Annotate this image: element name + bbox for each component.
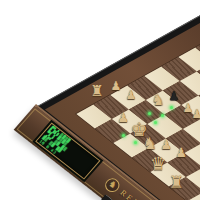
chess-piece-white-pawn[interactable]: ♟ (110, 80, 122, 92)
control-button[interactable] (101, 194, 113, 200)
chess-piece-white-knight[interactable]: ♞ (142, 136, 158, 152)
square-led-indicator (122, 134, 125, 137)
square-led-indicator (148, 112, 151, 115)
chess-piece-white-pawn[interactable]: ♟ (125, 89, 137, 101)
chess-piece-black-pawn[interactable]: ♟ (168, 90, 180, 102)
square-led-indicator (154, 121, 157, 124)
knight-icon: ♞ (106, 178, 119, 191)
chess-piece-white-pawn[interactable]: ♟ (160, 138, 173, 151)
chess-piece-white-rook[interactable]: ♜ (90, 84, 105, 99)
square-led-indicator (134, 141, 137, 144)
chess-piece-white-knight[interactable]: ♞ (151, 93, 166, 108)
square-led-indicator (170, 106, 173, 109)
chess-piece-white-queen[interactable]: ♛ (149, 155, 167, 173)
chess-piece-white-pawn[interactable]: ♟ (191, 108, 200, 120)
chess-piece-white-rook[interactable]: ♜ (168, 174, 185, 191)
chess-piece-white-pawn[interactable]: ♟ (175, 146, 188, 159)
board-photo-background: ▛▚▞▖▒▓▒▓▙▞▚▘▓▒▓▒▗▚▞ ▒▓ ▓▒▓▒ ▒▓ ▓▓10 0 43… (0, 0, 200, 200)
chess-piece-white-pawn[interactable]: ♟ (117, 111, 130, 124)
square-led-indicator (161, 114, 164, 117)
